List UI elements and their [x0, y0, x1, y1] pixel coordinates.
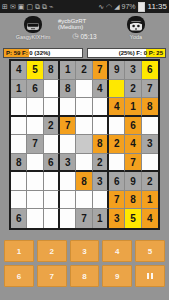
cell-r6c7[interactable]: [109, 154, 125, 173]
cell-r4c7[interactable]: [109, 117, 125, 136]
right-player-avatar: [124, 15, 148, 34]
timer-value: 05:13: [80, 33, 96, 40]
numpad-key-7[interactable]: 7: [37, 265, 67, 287]
cell-r5c4[interactable]: [60, 135, 76, 154]
cell-r8c4[interactable]: [60, 191, 76, 210]
cell-r7c9[interactable]: 2: [142, 172, 158, 191]
status-time: 11:35: [148, 0, 167, 13]
email-icon: ✉: [10, 0, 16, 13]
right-player-score-text: (25%) F: 0 P: 25: [88, 49, 166, 57]
cell-r6c3[interactable]: 6: [44, 154, 60, 173]
cell-r5c8[interactable]: 4: [125, 135, 141, 154]
numpad: 123456789: [4, 240, 165, 287]
screenshot-icon: ▢: [26, 0, 33, 13]
cell-r3c6[interactable]: [93, 98, 109, 117]
cell-r6c9[interactable]: [142, 154, 158, 173]
cell-r8c2[interactable]: [27, 191, 43, 210]
cell-r6c6[interactable]: 2: [93, 154, 109, 173]
cell-r4c6[interactable]: [93, 117, 109, 136]
cell-r1c9[interactable]: 6: [142, 61, 158, 80]
cell-r1c2[interactable]: 5: [27, 61, 43, 80]
left-player-progress-bar: P: 59 F: 0 (32%): [3, 48, 83, 58]
cell-r5c5[interactable]: [76, 135, 92, 154]
cell-r7c5[interactable]: 8: [76, 172, 92, 191]
cell-r9c4[interactable]: [60, 209, 76, 228]
cell-r2c9[interactable]: 7: [142, 80, 158, 99]
cell-r7c1[interactable]: [11, 172, 27, 191]
cell-r1c7[interactable]: 9: [109, 61, 125, 80]
cell-r3c7[interactable]: 4: [109, 98, 125, 117]
numpad-key-2[interactable]: 2: [37, 240, 67, 262]
cell-r6c5[interactable]: [76, 154, 92, 173]
numpad-key-8[interactable]: 8: [70, 265, 100, 287]
cell-r2c5[interactable]: [76, 80, 92, 99]
app-notification-icon: ▣: [18, 0, 25, 13]
left-player: GasgyKIXHim: [8, 15, 58, 40]
cell-r4c2[interactable]: [27, 117, 43, 136]
download-icon: ⊞: [2, 0, 8, 13]
cell-r1c8[interactable]: 3: [125, 61, 141, 80]
cell-r9c7[interactable]: 3: [109, 209, 125, 228]
signal-icon: ◢: [114, 0, 119, 13]
numpad-key-1[interactable]: 1: [4, 240, 34, 262]
sudoku-board: 4581279361684274182767824386327836927816…: [9, 59, 160, 230]
cell-r8c5[interactable]: [76, 191, 92, 210]
cell-r4c4[interactable]: 7: [60, 117, 76, 136]
network-share-icon: ⧉: [35, 0, 40, 13]
cell-r8c1[interactable]: [11, 191, 27, 210]
cell-r7c7[interactable]: 6: [109, 172, 125, 191]
cell-r9c2[interactable]: [27, 209, 43, 228]
cell-r3c5[interactable]: [76, 98, 92, 117]
cell-r2c8[interactable]: 2: [125, 80, 141, 99]
status-bar-right: ∿◠◢ 97% 11:35: [98, 0, 167, 13]
pause-icon: [147, 273, 153, 279]
cell-r1c4[interactable]: 1: [60, 61, 76, 80]
cell-r2c1[interactable]: 1: [11, 80, 27, 99]
network-share-icon-2: ⧉: [42, 0, 47, 13]
cell-r5c1[interactable]: [11, 135, 27, 154]
left-player-avatar: [21, 15, 45, 34]
pause-button[interactable]: [135, 265, 165, 287]
cell-r2c3[interactable]: [44, 80, 60, 99]
right-player-name: Yoda: [130, 34, 142, 40]
numpad-key-4[interactable]: 4: [102, 240, 132, 262]
cell-r2c7[interactable]: [109, 80, 125, 99]
wifi-icon: ◠: [106, 0, 112, 13]
cell-r5c6[interactable]: 8: [93, 135, 109, 154]
cell-r6c1[interactable]: 8: [11, 154, 27, 173]
cell-r9c8[interactable]: 5: [125, 209, 141, 228]
status-bar: ⊞✉▣▢⧉⧉⌁ ∿◠◢ 97% 11:35: [0, 0, 169, 13]
cell-r3c3[interactable]: [44, 98, 60, 117]
cell-r4c3[interactable]: 2: [44, 117, 60, 136]
cell-r2c6[interactable]: 4: [93, 80, 109, 99]
cell-r1c6[interactable]: 7: [93, 61, 109, 80]
cell-r3c4[interactable]: [60, 98, 76, 117]
numpad-key-6[interactable]: 6: [4, 265, 34, 287]
cell-r4c5[interactable]: [76, 117, 92, 136]
cell-r8c6[interactable]: [93, 191, 109, 210]
cell-r8c7[interactable]: 7: [109, 191, 125, 210]
cell-r1c3[interactable]: 8: [44, 61, 60, 80]
cell-r7c3[interactable]: [44, 172, 60, 191]
cell-r9c9[interactable]: 4: [142, 209, 158, 228]
cell-r7c2[interactable]: [27, 172, 43, 191]
cell-r8c8[interactable]: 8: [125, 191, 141, 210]
cell-r9c5[interactable]: 7: [76, 209, 92, 228]
cell-r5c2[interactable]: 7: [27, 135, 43, 154]
cell-r8c3[interactable]: [44, 191, 60, 210]
cell-r2c2[interactable]: 6: [27, 80, 43, 99]
score-bars: P: 59 F: 0 (32%) (25%) F: 0 P: 25: [0, 48, 169, 58]
cell-r4c1[interactable]: [11, 117, 27, 136]
cell-r5c7[interactable]: 2: [109, 135, 125, 154]
match-id: #ycbGzRT (Medium): [58, 18, 111, 30]
match-header: GasgyKIXHim #ycbGzRT (Medium) ◷ 05:13 Yo…: [0, 13, 169, 48]
cell-r4c8[interactable]: 6: [125, 117, 141, 136]
status-right-icons: ∿◠◢: [98, 0, 119, 13]
cell-r5c3[interactable]: [44, 135, 60, 154]
right-player: Yoda: [111, 15, 161, 40]
cell-r4c9[interactable]: [142, 117, 158, 136]
cell-r1c1[interactable]: 4: [11, 61, 27, 80]
match-info: #ycbGzRT (Medium) ◷ 05:13: [58, 15, 111, 40]
numpad-key-9[interactable]: 9: [102, 265, 132, 287]
vibrate-icon: ∿: [98, 0, 104, 13]
cell-r3c1[interactable]: [11, 98, 27, 117]
cell-r9c6[interactable]: 1: [93, 209, 109, 228]
left-player-name: GasgyKIXHim: [16, 34, 51, 40]
cell-r6c8[interactable]: 7: [125, 154, 141, 173]
cell-r7c6[interactable]: 3: [93, 172, 109, 191]
battery-icon: [138, 2, 145, 12]
cell-r3c2[interactable]: [27, 98, 43, 117]
battery-percent: 97%: [122, 0, 136, 13]
cell-r7c8[interactable]: 9: [125, 172, 141, 191]
cell-r5c9[interactable]: 3: [142, 135, 158, 154]
numpad-key-3[interactable]: 3: [70, 240, 100, 262]
clock-icon: ◷: [72, 32, 78, 40]
cell-r3c9[interactable]: 8: [142, 98, 158, 117]
cell-r3c8[interactable]: 1: [125, 98, 141, 117]
status-bar-left-icons: ⊞✉▣▢⧉⧉⌁: [2, 0, 53, 13]
cell-r6c2[interactable]: [27, 154, 43, 173]
right-player-progress-bar: (25%) F: 0 P: 25: [87, 48, 167, 58]
cell-r8c9[interactable]: 1: [142, 191, 158, 210]
numpad-key-5[interactable]: 5: [135, 240, 165, 262]
cell-r6c4[interactable]: 3: [60, 154, 76, 173]
cell-r9c3[interactable]: [44, 209, 60, 228]
cell-r2c4[interactable]: 8: [60, 80, 76, 99]
cell-r9c1[interactable]: 6: [11, 209, 27, 228]
cell-r1c5[interactable]: 2: [76, 61, 92, 80]
timer: ◷ 05:13: [72, 32, 96, 40]
cell-r7c4[interactable]: [60, 172, 76, 191]
left-player-score-text: P: 59 F: 0 (32%): [4, 49, 82, 57]
usb-debug-icon: ⌁: [49, 0, 53, 13]
